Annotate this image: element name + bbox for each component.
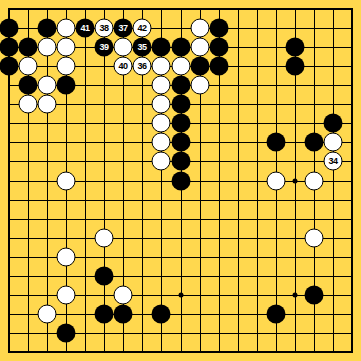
stone-black (38, 19, 57, 38)
stone-black (210, 19, 229, 38)
stone-black (95, 267, 114, 286)
stone-black (286, 57, 305, 76)
grid-line-horizontal (8, 351, 353, 353)
stone-black: 39 (95, 38, 114, 57)
stone-white (305, 172, 324, 191)
move-number-label: 42 (137, 24, 146, 33)
stone-white: 42 (133, 19, 152, 38)
stone-black: 35 (133, 38, 152, 57)
stone-black (0, 38, 19, 57)
stone-black: 41 (76, 19, 95, 38)
stone-white (57, 38, 76, 57)
stone-white: 38 (95, 19, 114, 38)
grid-line-horizontal (8, 200, 353, 201)
go-board[interactable]: 413837423935403634 (0, 0, 361, 361)
stone-white (305, 229, 324, 248)
stone-black (19, 38, 38, 57)
grid-line-vertical (351, 8, 353, 353)
stone-black (57, 324, 76, 343)
stone-white (152, 133, 171, 152)
stone-black (286, 38, 305, 57)
stone-white: 34 (324, 152, 343, 171)
stone-white (172, 57, 191, 76)
stone-white (152, 57, 171, 76)
stone-white (114, 38, 133, 57)
star-point (179, 293, 184, 298)
stone-white (114, 286, 133, 305)
star-point (293, 293, 298, 298)
star-point (293, 179, 298, 184)
stone-black (267, 305, 286, 324)
stone-black (305, 133, 324, 152)
stone-black (172, 152, 191, 171)
move-number-label: 41 (80, 24, 89, 33)
move-number-label: 37 (118, 24, 127, 33)
stone-white (152, 152, 171, 171)
stone-black (191, 57, 210, 76)
stone-white (38, 95, 57, 114)
stone-white: 36 (133, 57, 152, 76)
stone-white (191, 76, 210, 95)
stone-white (191, 19, 210, 38)
grid-line-horizontal (8, 238, 353, 239)
stone-white: 40 (114, 57, 133, 76)
stone-black (0, 57, 19, 76)
stone-white (38, 305, 57, 324)
stone-black (95, 305, 114, 324)
stone-black (0, 19, 19, 38)
stone-white (57, 19, 76, 38)
stone-black (172, 114, 191, 133)
stone-white (324, 133, 343, 152)
stone-white (19, 95, 38, 114)
grid-line-horizontal (8, 219, 353, 220)
stone-white (95, 229, 114, 248)
move-number-label: 36 (137, 62, 146, 71)
grid-line-horizontal (8, 276, 353, 277)
grid-line-vertical (333, 8, 334, 353)
stone-white (152, 114, 171, 133)
grid-line-vertical (257, 8, 258, 353)
stone-white (191, 38, 210, 57)
stone-black (172, 172, 191, 191)
move-number-label: 40 (118, 62, 127, 71)
stone-black (57, 76, 76, 95)
grid-line-vertical (238, 8, 239, 353)
move-number-label: 34 (328, 157, 337, 166)
stone-black (172, 38, 191, 57)
stone-white (152, 95, 171, 114)
stone-black (210, 38, 229, 57)
stone-black (172, 133, 191, 152)
grid-line-horizontal (8, 314, 353, 315)
stone-black (114, 305, 133, 324)
stone-black (172, 76, 191, 95)
stone-white (38, 38, 57, 57)
stone-black (152, 305, 171, 324)
move-number-label: 39 (99, 43, 108, 52)
stone-black (172, 95, 191, 114)
stone-black (267, 133, 286, 152)
stone-black: 37 (114, 19, 133, 38)
stone-white (57, 57, 76, 76)
move-number-label: 35 (137, 43, 146, 52)
stone-white (152, 76, 171, 95)
stone-white (267, 172, 286, 191)
stone-black (324, 114, 343, 133)
stone-white (57, 172, 76, 191)
stone-white (19, 57, 38, 76)
stone-white (57, 286, 76, 305)
stone-white (57, 248, 76, 267)
stone-black (305, 286, 324, 305)
move-number-label: 38 (99, 24, 108, 33)
stone-black (152, 38, 171, 57)
stone-black (210, 57, 229, 76)
stone-black (19, 76, 38, 95)
stone-white (38, 76, 57, 95)
